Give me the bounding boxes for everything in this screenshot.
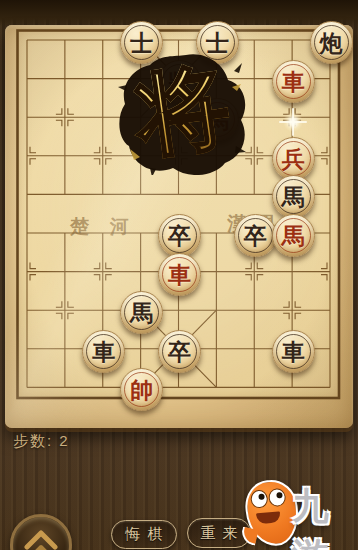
- piece-character: 炮: [320, 32, 343, 55]
- piece-black-chariot[interactable]: 車: [272, 330, 315, 373]
- piece-character: 兵: [282, 148, 305, 171]
- mascot-eye-icon: [250, 489, 269, 508]
- piece-black-soldier[interactable]: 卒: [158, 214, 201, 257]
- mascot-eye-icon: [268, 488, 287, 507]
- piece-character: 車: [168, 264, 191, 287]
- piece-character: 將: [168, 71, 191, 94]
- piece-character: 馬: [282, 186, 305, 209]
- undo-move-button[interactable]: 悔棋: [111, 520, 177, 549]
- piece-character: 卒: [168, 341, 191, 364]
- piece-red-chariot[interactable]: 車: [158, 253, 201, 296]
- piece-red-soldier[interactable]: 兵: [272, 137, 315, 180]
- piece-black-chariot[interactable]: 車: [82, 330, 125, 373]
- piece-black-horse[interactable]: 馬: [272, 175, 315, 218]
- piece-red-horse[interactable]: 馬: [272, 214, 315, 257]
- piece-character: 馬: [206, 109, 229, 132]
- piece-character: 車: [282, 341, 305, 364]
- game-screen: 楚河 漢界 士士炮將車馬兵馬卒卒馬車馬車卒車帥 将 步数: 2 悔棋 重来 九游: [0, 0, 358, 550]
- piece-character: 帥: [130, 379, 153, 402]
- piece-black-advisor[interactable]: 士: [120, 21, 163, 64]
- watermark-text: 九游: [292, 482, 358, 550]
- chevron-up-icon: [19, 525, 63, 550]
- piece-black-soldier[interactable]: 卒: [158, 330, 201, 373]
- piece-character: 馬: [282, 225, 305, 248]
- piece-red-horse[interactable]: 馬: [196, 98, 239, 141]
- river-label-left: 楚河: [70, 214, 150, 240]
- piece-character: 士: [130, 32, 153, 55]
- piece-red-chariot[interactable]: 車: [272, 60, 315, 103]
- piece-character: 卒: [244, 225, 267, 248]
- piece-character: 士: [206, 32, 229, 55]
- piece-character: 車: [92, 341, 115, 364]
- mascot-mouth-icon: [256, 511, 281, 524]
- step-counter: 步数: 2: [13, 432, 70, 451]
- watermark-logo: 九游: [240, 468, 358, 550]
- piece-character: 車: [282, 71, 305, 94]
- piece-character: 卒: [168, 225, 191, 248]
- piece-black-general[interactable]: 將: [158, 60, 201, 103]
- piece-black-soldier[interactable]: 卒: [234, 214, 277, 257]
- piece-black-cannon[interactable]: 炮: [310, 21, 353, 64]
- piece-character: 馬: [130, 302, 153, 325]
- piece-black-advisor[interactable]: 士: [196, 21, 239, 64]
